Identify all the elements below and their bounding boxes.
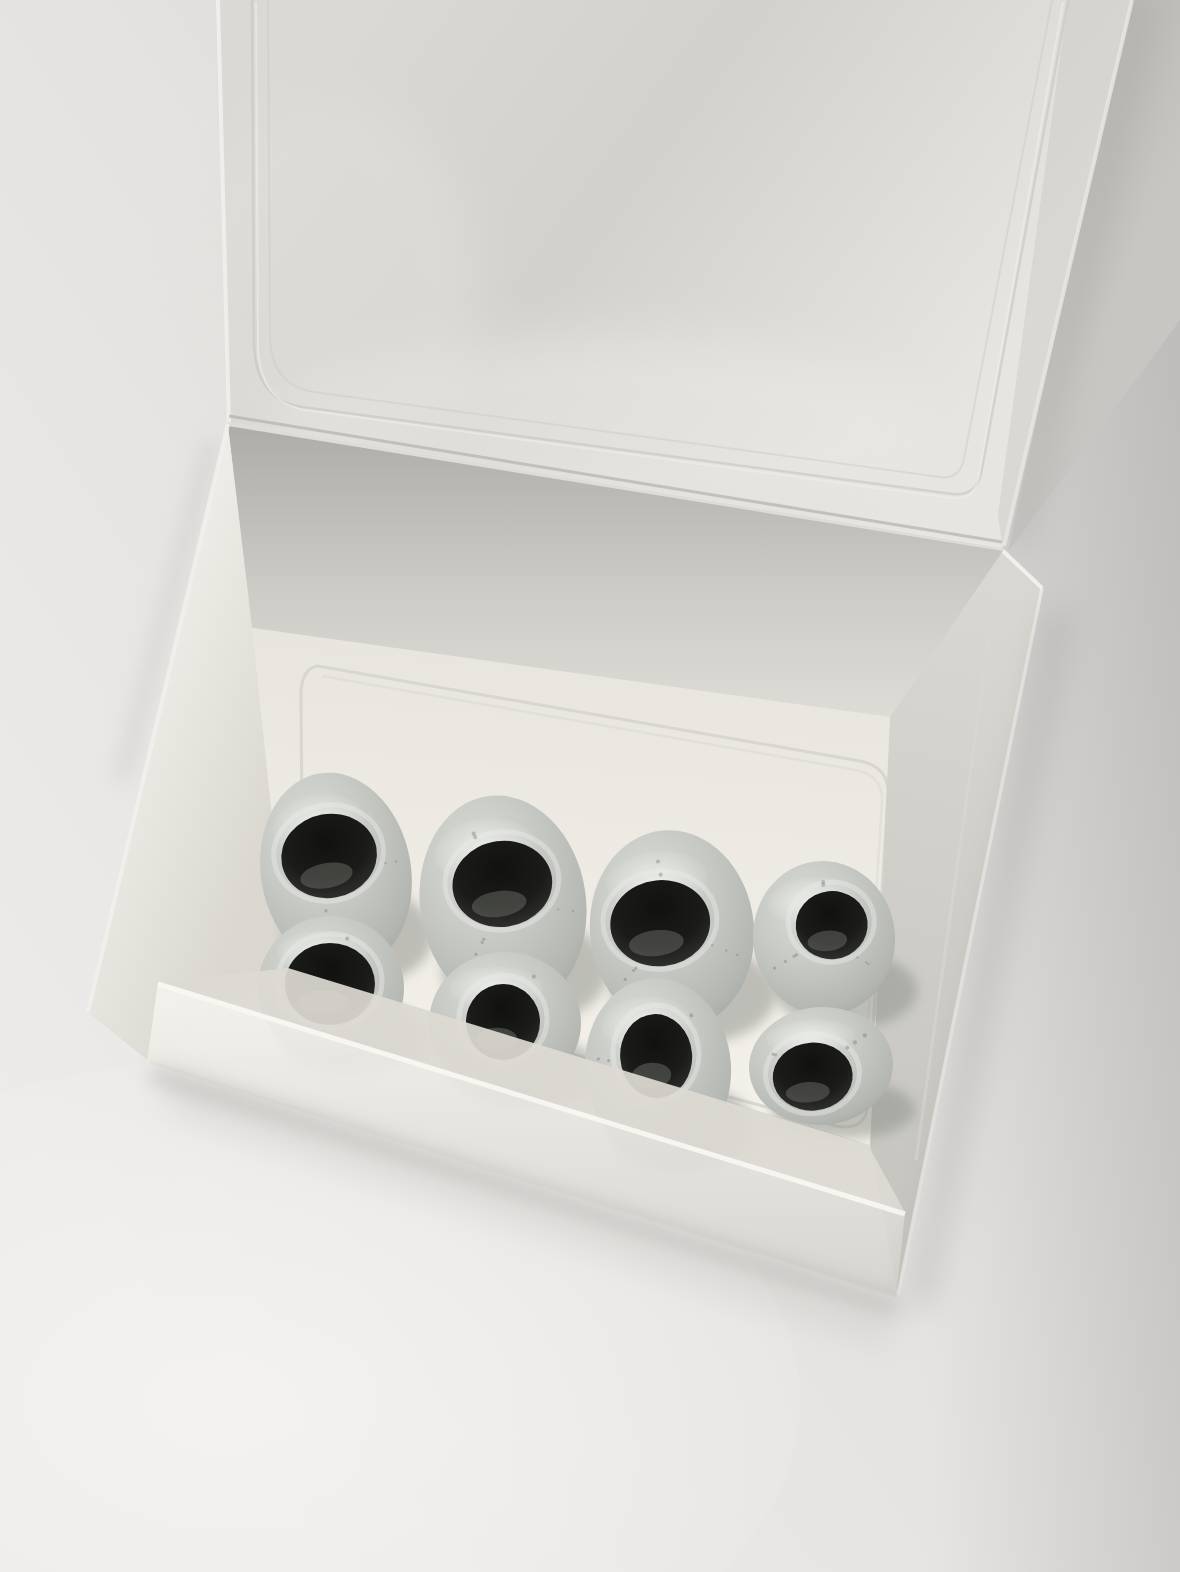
photo-scene bbox=[0, 0, 1180, 1572]
foam-speckle bbox=[532, 975, 536, 979]
scene-svg bbox=[0, 0, 1180, 1572]
foam-speckle bbox=[345, 937, 349, 941]
